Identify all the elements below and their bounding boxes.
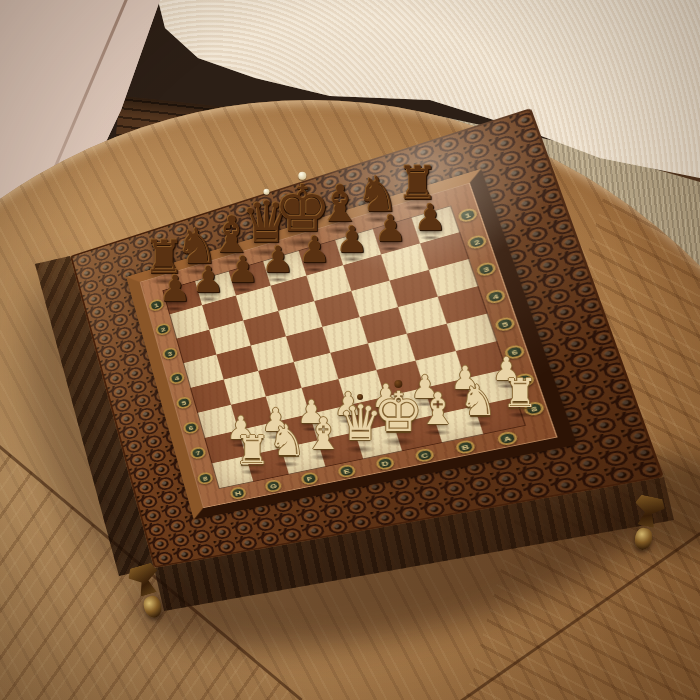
finial-dark (394, 380, 402, 388)
piece-white-bishop[interactable]: ♝ (418, 387, 457, 431)
finial-cream (263, 189, 269, 195)
piece-black-pawn[interactable]: ♟ (192, 262, 224, 298)
piece-black-pawn[interactable]: ♟ (414, 200, 446, 236)
piece-white-rook[interactable]: ♜ (502, 373, 538, 413)
piece-white-rook[interactable]: ♜ (234, 430, 270, 470)
piece-black-pawn[interactable]: ♟ (159, 271, 191, 307)
piece-white-knight[interactable]: ♞ (268, 421, 306, 463)
finial-dark (357, 394, 363, 400)
piece-black-pawn[interactable]: ♟ (299, 232, 331, 268)
finial-cream (299, 171, 307, 179)
piece-white-bishop[interactable]: ♝ (303, 411, 342, 455)
piece-black-pawn[interactable]: ♟ (336, 222, 368, 258)
piece-black-pawn[interactable]: ♟ (375, 211, 407, 247)
scene: 1234567812345678HGFEDCBA ♜♞♝♛♚♝♞♜♟♟♟♟♟♟♟… (0, 0, 700, 700)
piece-white-knight[interactable]: ♞ (459, 380, 497, 422)
piece-black-pawn[interactable]: ♟ (262, 242, 294, 278)
piece-white-king[interactable]: ♚ (374, 385, 423, 440)
piece-black-pawn[interactable]: ♟ (227, 252, 259, 288)
